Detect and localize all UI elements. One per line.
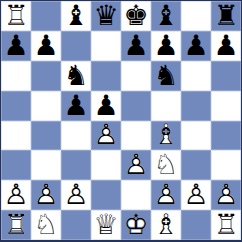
white-piece-outline-glyph: ♖ <box>1 1 31 31</box>
square-e8[interactable]: ♚ <box>121 1 151 31</box>
square-b7[interactable]: ♟ <box>31 31 61 61</box>
white-piece-outline-glyph: ♕ <box>91 210 121 240</box>
square-a5[interactable] <box>1 91 31 121</box>
piece-black-bishop-c8[interactable]: ♝ <box>61 1 91 31</box>
square-h8[interactable]: ♜ <box>211 1 241 31</box>
white-piece-outline-glyph: ♙ <box>151 180 181 210</box>
square-h6[interactable] <box>211 61 241 91</box>
square-d8[interactable]: ♛ <box>91 1 121 31</box>
piece-black-rook-h8[interactable]: ♜ <box>211 1 241 31</box>
square-a3[interactable] <box>1 150 31 180</box>
black-piece-glyph: ♟ <box>91 91 121 121</box>
square-g1[interactable] <box>181 210 211 240</box>
white-piece-outline-glyph: ♙ <box>61 180 91 210</box>
white-piece-outline-glyph: ♘ <box>151 150 181 180</box>
piece-white-rook-a1[interactable]: ♜♖ <box>1 210 31 240</box>
piece-black-bishop-f8[interactable]: ♝ <box>151 1 181 31</box>
piece-white-pawn-c2[interactable]: ♟♙ <box>61 180 91 210</box>
black-piece-glyph: ♟ <box>61 91 91 121</box>
square-f3[interactable]: ♞♘ <box>151 150 181 180</box>
piece-white-queen-d1[interactable]: ♛♕ <box>91 210 121 240</box>
square-h3[interactable] <box>211 150 241 180</box>
piece-white-knight-b1[interactable]: ♞♘ <box>31 210 61 240</box>
white-piece-outline-glyph: ♖ <box>211 210 241 240</box>
black-piece-glyph: ♞ <box>151 61 181 91</box>
square-d5[interactable]: ♟ <box>91 91 121 121</box>
piece-black-king-e8[interactable]: ♚ <box>121 1 151 31</box>
square-c7[interactable] <box>61 31 91 61</box>
black-piece-glyph: ♝ <box>61 1 91 31</box>
square-c3[interactable] <box>61 150 91 180</box>
square-f8[interactable]: ♝ <box>151 1 181 31</box>
white-piece-outline-glyph: ♗ <box>151 210 181 240</box>
piece-white-pawn-e3[interactable]: ♟♙ <box>121 150 151 180</box>
black-piece-glyph: ♟ <box>151 31 181 61</box>
square-d4[interactable]: ♟♙ <box>91 121 121 151</box>
square-d1[interactable]: ♛♕ <box>91 210 121 240</box>
square-d7[interactable] <box>91 31 121 61</box>
square-h2[interactable]: ♟♙ <box>211 180 241 210</box>
square-e4[interactable] <box>121 121 151 151</box>
square-c2[interactable]: ♟♙ <box>61 180 91 210</box>
black-piece-glyph: ♟ <box>1 31 31 61</box>
square-c6[interactable]: ♞ <box>61 61 91 91</box>
square-b4[interactable] <box>31 121 61 151</box>
white-piece-outline-glyph: ♙ <box>1 180 31 210</box>
black-piece-glyph: ♝ <box>151 1 181 31</box>
black-piece-glyph: ♟ <box>181 31 211 61</box>
white-piece-outline-glyph: ♘ <box>31 210 61 240</box>
square-f6[interactable]: ♞ <box>151 61 181 91</box>
square-b2[interactable]: ♟♙ <box>31 180 61 210</box>
square-c5[interactable]: ♟ <box>61 91 91 121</box>
square-f1[interactable]: ♝♗ <box>151 210 181 240</box>
piece-white-bishop-f4[interactable]: ♝♗ <box>151 121 181 151</box>
white-piece-outline-glyph: ♗ <box>151 121 181 151</box>
chess-board: ♜♖♝♛♚♝♜♟♟♟♟♟♟♞♞♟♟♟♙♝♗♟♙♞♘♟♙♟♙♟♙♟♙♟♙♟♙♜♖♞… <box>0 0 242 242</box>
piece-black-pawn-a7[interactable]: ♟ <box>1 31 31 61</box>
square-a8[interactable]: ♜♖ <box>1 1 31 31</box>
square-c8[interactable]: ♝ <box>61 1 91 31</box>
square-c4[interactable] <box>61 121 91 151</box>
square-g8[interactable] <box>181 1 211 31</box>
white-piece-outline-glyph: ♔ <box>121 210 151 240</box>
piece-white-bishop-f1[interactable]: ♝♗ <box>151 210 181 240</box>
piece-black-pawn-c5[interactable]: ♟ <box>61 91 91 121</box>
piece-black-pawn-g7[interactable]: ♟ <box>181 31 211 61</box>
white-piece-outline-glyph: ♖ <box>1 210 31 240</box>
square-h5[interactable] <box>211 91 241 121</box>
square-d3[interactable] <box>91 150 121 180</box>
square-b5[interactable] <box>31 91 61 121</box>
piece-white-pawn-b2[interactable]: ♟♙ <box>31 180 61 210</box>
square-g7[interactable]: ♟ <box>181 31 211 61</box>
black-piece-glyph: ♟ <box>121 31 151 61</box>
piece-white-pawn-d4[interactable]: ♟♙ <box>91 121 121 151</box>
piece-white-knight-f3[interactable]: ♞♘ <box>151 150 181 180</box>
white-piece-outline-glyph: ♙ <box>31 180 61 210</box>
square-f2[interactable]: ♟♙ <box>151 180 181 210</box>
square-g2[interactable]: ♟♙ <box>181 180 211 210</box>
piece-white-pawn-a2[interactable]: ♟♙ <box>1 180 31 210</box>
square-c1[interactable] <box>61 210 91 240</box>
square-f4[interactable]: ♝♗ <box>151 121 181 151</box>
square-d2[interactable] <box>91 180 121 210</box>
square-g3[interactable] <box>181 150 211 180</box>
square-h1[interactable]: ♜♖ <box>211 210 241 240</box>
black-piece-glyph: ♛ <box>91 1 121 31</box>
square-g6[interactable] <box>181 61 211 91</box>
piece-black-queen-d8[interactable]: ♛ <box>91 1 121 31</box>
piece-white-rook-h1[interactable]: ♜♖ <box>211 210 241 240</box>
black-piece-glyph: ♞ <box>61 61 91 91</box>
square-b8[interactable] <box>31 1 61 31</box>
square-a1[interactable]: ♜♖ <box>1 210 31 240</box>
square-b1[interactable]: ♞♘ <box>31 210 61 240</box>
black-piece-glyph: ♟ <box>211 31 241 61</box>
black-piece-glyph: ♚ <box>121 1 151 31</box>
square-d6[interactable] <box>91 61 121 91</box>
piece-black-pawn-h7[interactable]: ♟ <box>211 31 241 61</box>
piece-black-knight-f6[interactable]: ♞ <box>151 61 181 91</box>
square-f5[interactable] <box>151 91 181 121</box>
piece-white-pawn-f2[interactable]: ♟♙ <box>151 180 181 210</box>
square-f7[interactable]: ♟ <box>151 31 181 61</box>
square-b6[interactable] <box>31 61 61 91</box>
piece-white-pawn-g2[interactable]: ♟♙ <box>181 180 211 210</box>
piece-black-pawn-e7[interactable]: ♟ <box>121 31 151 61</box>
square-h4[interactable] <box>211 121 241 151</box>
piece-white-pawn-h2[interactable]: ♟♙ <box>211 180 241 210</box>
white-piece-outline-glyph: ♙ <box>181 180 211 210</box>
black-piece-glyph: ♜ <box>211 1 241 31</box>
square-e1[interactable]: ♚♔ <box>121 210 151 240</box>
piece-black-pawn-f7[interactable]: ♟ <box>151 31 181 61</box>
square-e5[interactable] <box>121 91 151 121</box>
white-piece-outline-glyph: ♙ <box>91 121 121 151</box>
black-piece-glyph: ♟ <box>31 31 61 61</box>
square-g4[interactable] <box>181 121 211 151</box>
square-e2[interactable] <box>121 180 151 210</box>
piece-black-knight-c6[interactable]: ♞ <box>61 61 91 91</box>
square-g5[interactable] <box>181 91 211 121</box>
square-b3[interactable] <box>31 150 61 180</box>
square-e7[interactable]: ♟ <box>121 31 151 61</box>
white-piece-outline-glyph: ♙ <box>211 180 241 210</box>
piece-black-pawn-d5[interactable]: ♟ <box>91 91 121 121</box>
piece-black-pawn-b7[interactable]: ♟ <box>31 31 61 61</box>
piece-white-king-e1[interactable]: ♚♔ <box>121 210 151 240</box>
piece-white-rook-a8[interactable]: ♜♖ <box>1 1 31 31</box>
square-h7[interactable]: ♟ <box>211 31 241 61</box>
square-e6[interactable] <box>121 61 151 91</box>
square-a4[interactable] <box>1 121 31 151</box>
square-a6[interactable] <box>1 61 31 91</box>
square-e3[interactable]: ♟♙ <box>121 150 151 180</box>
square-a7[interactable]: ♟ <box>1 31 31 61</box>
white-piece-outline-glyph: ♙ <box>121 150 151 180</box>
square-a2[interactable]: ♟♙ <box>1 180 31 210</box>
